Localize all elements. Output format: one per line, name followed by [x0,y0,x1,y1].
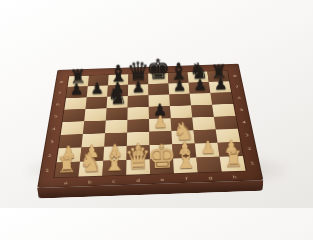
file-label-c: c [102,178,126,184]
square-c5[interactable] [106,108,128,121]
piece-black-pawn-b7[interactable]: ♟ [90,81,104,97]
piece-white-pawn-e4[interactable]: ♟ [152,114,167,131]
square-e8[interactable]: ♚ [148,73,168,84]
square-c6[interactable]: ♞ [107,96,128,108]
rank-label-8: 8 [230,70,241,81]
square-d7[interactable]: ♟ [128,84,149,96]
rank-label-3: 3 [241,128,253,142]
piece-black-knight-c6[interactable]: ♞ [106,84,127,108]
square-b5[interactable] [84,108,106,121]
file-label-g: g [198,175,223,181]
rank-label-5: 5 [50,110,61,123]
piece-black-pawn-a7[interactable]: ♟ [69,82,83,98]
rank-label-6: 6 [52,98,63,110]
square-a1[interactable]: ♜ [55,162,80,178]
square-a4[interactable] [61,121,84,135]
rank-label-3: 3 [46,135,58,149]
board-frame: ♜♝♛♚♝♞♜♟♟♟♟♟♟♟♞♟♟♞♟♟♟♟♟♟♟♜♞♝♛♚♝♜ abcdefg… [37,64,263,188]
piece-white-knight-b1[interactable]: ♞ [78,149,102,176]
rank-label-8: 8 [56,76,66,87]
file-label-f: f [174,176,199,182]
square-f1[interactable]: ♝ [173,158,198,174]
square-b6[interactable] [85,97,107,109]
square-f7[interactable]: ♟ [168,83,189,95]
file-label-b: b [78,179,103,185]
square-f6[interactable] [169,94,191,106]
square-e4[interactable]: ♟ [149,118,171,131]
piece-black-pawn-d7[interactable]: ♟ [131,80,145,96]
piece-white-bishop-c1[interactable]: ♝ [101,147,126,175]
board-grid: ♜♝♛♚♝♞♜♟♟♟♟♟♟♟♞♟♟♞♟♟♟♟♟♟♟♜♞♝♛♚♝♜ [55,71,246,178]
square-h1[interactable]: ♜ [220,156,246,172]
rank-label-1: 1 [41,163,54,178]
square-d4[interactable] [127,119,149,133]
file-label-a: a [53,180,78,186]
file-label-d: d [126,177,150,183]
square-b7[interactable]: ♟ [87,86,108,98]
file-label-h: h [222,174,247,180]
rank-label-7: 7 [232,81,243,92]
piece-black-pawn-g7[interactable]: ♟ [193,77,207,93]
square-e1[interactable]: ♚ [150,158,174,174]
square-g1[interactable] [196,157,221,173]
square-c1[interactable]: ♝ [102,160,126,176]
square-g4[interactable] [192,117,215,130]
square-d1[interactable]: ♛ [126,159,150,175]
piece-white-rook-h1[interactable]: ♜ [223,148,243,170]
piece-white-rook-a1[interactable]: ♜ [56,154,76,176]
photo-background: ♜♝♛♚♝♞♜♟♟♟♟♟♟♟♞♟♟♞♟♟♟♟♟♟♟♜♞♝♛♚♝♜ abcdefg… [0,0,313,208]
square-h5[interactable] [212,104,235,117]
rank-label-1: 1 [246,155,259,170]
square-b4[interactable] [83,121,106,135]
square-g7[interactable]: ♟ [189,82,211,94]
piece-white-king-e1[interactable]: ♚ [146,140,176,173]
square-c4[interactable] [105,120,127,134]
file-label-e: e [150,176,174,182]
rank-label-2: 2 [44,148,56,163]
piece-black-king-e8[interactable]: ♚ [145,56,170,84]
piece-black-pawn-h7[interactable]: ♟ [213,77,227,93]
rank-label-6: 6 [234,92,245,104]
square-h4[interactable] [214,116,238,129]
rank-label-4: 4 [238,116,250,129]
square-d5[interactable] [127,107,149,120]
rank-label-2: 2 [243,142,256,156]
rank-label-5: 5 [236,103,248,115]
piece-white-pawn-g2[interactable]: ♟ [200,139,216,157]
square-a5[interactable] [63,109,86,122]
square-d6[interactable] [128,95,149,107]
square-g6[interactable] [190,93,212,105]
rank-label-4: 4 [48,122,60,135]
piece-black-pawn-f7[interactable]: ♟ [172,78,186,94]
square-g5[interactable] [191,105,214,118]
piece-white-bishop-f1[interactable]: ♝ [173,145,198,173]
square-a7[interactable]: ♟ [66,86,88,98]
square-b1[interactable]: ♞ [78,161,103,177]
square-a6[interactable] [64,97,86,109]
square-h6[interactable] [210,92,233,104]
square-e7[interactable] [148,83,169,95]
square-g2[interactable]: ♟ [195,143,220,158]
square-h7[interactable]: ♟ [209,81,231,93]
rank-label-7: 7 [54,87,65,98]
